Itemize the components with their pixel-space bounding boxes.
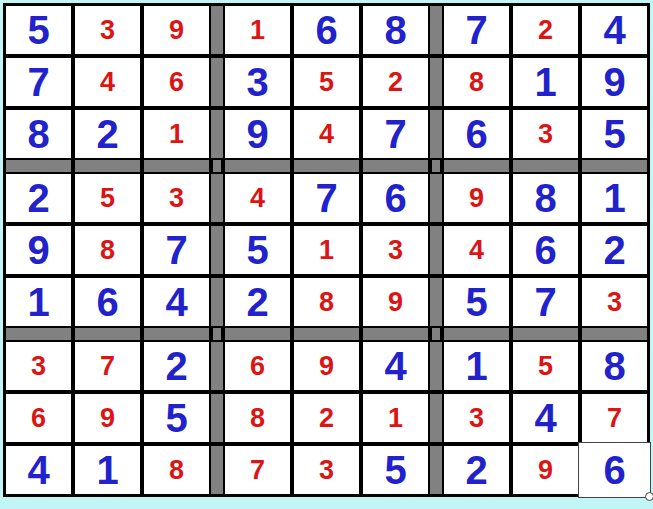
cell-r2c2[interactable]: 4 bbox=[73, 56, 142, 108]
cell-r4c1[interactable]: 2 bbox=[4, 172, 73, 224]
digit: 4 bbox=[384, 346, 406, 386]
box-separator bbox=[211, 4, 223, 56]
box-separator bbox=[142, 328, 211, 340]
cell-r6c3[interactable]: 4 bbox=[142, 276, 211, 328]
digit: 3 bbox=[246, 62, 268, 102]
cell-r3c1[interactable]: 8 bbox=[4, 108, 73, 160]
box-separator bbox=[211, 160, 223, 172]
box-separator bbox=[430, 224, 442, 276]
digit: 9 bbox=[246, 114, 268, 154]
cell-r5c9[interactable]: 2 bbox=[580, 224, 649, 276]
box-separator bbox=[361, 160, 430, 172]
box-separator bbox=[211, 392, 223, 444]
box-separator bbox=[430, 340, 442, 392]
cell-r6c2[interactable]: 6 bbox=[73, 276, 142, 328]
digit: 7 bbox=[165, 230, 187, 270]
digit: 2 bbox=[603, 230, 625, 270]
cell-r9c8[interactable]: 9 bbox=[511, 444, 580, 496]
cell-r8c4[interactable]: 8 bbox=[223, 392, 292, 444]
cell-r3c6[interactable]: 7 bbox=[361, 108, 430, 160]
cell-r4c8[interactable]: 8 bbox=[511, 172, 580, 224]
digit: 1 bbox=[603, 178, 625, 218]
digit: 4 bbox=[100, 69, 115, 96]
cell-r6c9[interactable]: 3 bbox=[580, 276, 649, 328]
box-separator bbox=[430, 392, 442, 444]
box-separator bbox=[442, 160, 511, 172]
box-separator bbox=[211, 108, 223, 160]
cell-r9c6[interactable]: 5 bbox=[361, 444, 430, 496]
cell-r1c5[interactable]: 6 bbox=[292, 4, 361, 56]
box-separator bbox=[211, 276, 223, 328]
cell-r5c1[interactable]: 9 bbox=[4, 224, 73, 276]
cell-r8c2[interactable]: 9 bbox=[73, 392, 142, 444]
digit: 2 bbox=[27, 178, 49, 218]
box-separator bbox=[4, 328, 73, 340]
digit: 6 bbox=[534, 230, 556, 270]
cell-r9c4[interactable]: 7 bbox=[223, 444, 292, 496]
cell-r3c7[interactable]: 6 bbox=[442, 108, 511, 160]
box-separator bbox=[430, 276, 442, 328]
cell-r4c5[interactable]: 7 bbox=[292, 172, 361, 224]
digit: 5 bbox=[465, 282, 487, 322]
digit: 6 bbox=[384, 178, 406, 218]
digit: 9 bbox=[469, 185, 484, 212]
cell-r7c2[interactable]: 7 bbox=[73, 340, 142, 392]
box-separator bbox=[211, 328, 223, 340]
cell-r1c7[interactable]: 7 bbox=[442, 4, 511, 56]
cell-r4c7[interactable]: 9 bbox=[442, 172, 511, 224]
cell-r8c8[interactable]: 4 bbox=[511, 392, 580, 444]
digit: 1 bbox=[169, 121, 184, 148]
cell-r1c6[interactable]: 8 bbox=[361, 4, 430, 56]
digit: 4 bbox=[469, 237, 484, 264]
cell-r2c3[interactable]: 6 bbox=[142, 56, 211, 108]
digit: 6 bbox=[250, 353, 265, 380]
box-separator bbox=[442, 328, 511, 340]
digit: 7 bbox=[607, 405, 622, 432]
cell-r8c6[interactable]: 1 bbox=[361, 392, 430, 444]
cell-r5c6[interactable]: 3 bbox=[361, 224, 430, 276]
cell-r9c9[interactable]: 6 bbox=[578, 442, 651, 498]
digit: 5 bbox=[538, 353, 553, 380]
digit: 5 bbox=[319, 69, 334, 96]
box-separator bbox=[580, 328, 649, 340]
digit: 9 bbox=[538, 457, 553, 484]
cell-r1c2[interactable]: 3 bbox=[73, 4, 142, 56]
cell-r7c3[interactable]: 2 bbox=[142, 340, 211, 392]
digit: 4 bbox=[250, 185, 265, 212]
cell-r5c8[interactable]: 6 bbox=[511, 224, 580, 276]
digit: 4 bbox=[165, 282, 187, 322]
digit: 9 bbox=[169, 17, 184, 44]
cell-r5c5[interactable]: 1 bbox=[292, 224, 361, 276]
cell-r1c3[interactable]: 9 bbox=[142, 4, 211, 56]
digit: 2 bbox=[246, 282, 268, 322]
cell-r7c5[interactable]: 9 bbox=[292, 340, 361, 392]
box-separator bbox=[430, 444, 442, 496]
box-separator bbox=[430, 172, 442, 224]
digit: 9 bbox=[100, 405, 115, 432]
digit: 8 bbox=[319, 289, 334, 316]
digit: 6 bbox=[315, 10, 337, 50]
cell-r9c5[interactable]: 3 bbox=[292, 444, 361, 496]
digit: 9 bbox=[319, 353, 334, 380]
digit: 2 bbox=[465, 450, 487, 490]
cell-r7c7[interactable]: 1 bbox=[442, 340, 511, 392]
box-separator bbox=[211, 172, 223, 224]
digit: 3 bbox=[469, 405, 484, 432]
box-separator bbox=[211, 444, 223, 496]
digit: 2 bbox=[319, 405, 334, 432]
digit: 5 bbox=[27, 10, 49, 50]
digit: 1 bbox=[27, 282, 49, 322]
box-separator bbox=[4, 160, 73, 172]
digit: 2 bbox=[165, 346, 187, 386]
digit: 7 bbox=[100, 353, 115, 380]
cell-r3c5[interactable]: 4 bbox=[292, 108, 361, 160]
cell-r4c2[interactable]: 5 bbox=[73, 172, 142, 224]
digit: 1 bbox=[465, 346, 487, 386]
cell-r4c6[interactable]: 6 bbox=[361, 172, 430, 224]
digit: 4 bbox=[603, 10, 625, 50]
cell-r6c6[interactable]: 9 bbox=[361, 276, 430, 328]
digit: 6 bbox=[96, 282, 118, 322]
cell-r5c2[interactable]: 8 bbox=[73, 224, 142, 276]
box-separator bbox=[211, 340, 223, 392]
box-separator bbox=[511, 160, 580, 172]
digit: 8 bbox=[534, 178, 556, 218]
digit: 3 bbox=[607, 289, 622, 316]
digit: 5 bbox=[165, 398, 187, 438]
cell-r8c9[interactable]: 7 bbox=[580, 392, 649, 444]
cell-r8c1[interactable]: 6 bbox=[4, 392, 73, 444]
box-separator bbox=[223, 328, 292, 340]
cell-r3c2[interactable]: 2 bbox=[73, 108, 142, 160]
digit: 4 bbox=[27, 450, 49, 490]
digit: 8 bbox=[603, 346, 625, 386]
box-separator bbox=[430, 56, 442, 108]
digit: 7 bbox=[384, 114, 406, 154]
cell-r7c8[interactable]: 5 bbox=[511, 340, 580, 392]
cell-r9c7[interactable]: 2 bbox=[442, 444, 511, 496]
cell-r6c4[interactable]: 2 bbox=[223, 276, 292, 328]
box-separator bbox=[430, 4, 442, 56]
digit: 7 bbox=[250, 457, 265, 484]
digit: 3 bbox=[388, 237, 403, 264]
cell-r7c9[interactable]: 8 bbox=[580, 340, 649, 392]
box-separator bbox=[142, 160, 211, 172]
digit: 8 bbox=[469, 69, 484, 96]
cell-r2c1[interactable]: 7 bbox=[4, 56, 73, 108]
cell-r7c6[interactable]: 4 bbox=[361, 340, 430, 392]
digit: 6 bbox=[603, 450, 625, 490]
box-separator bbox=[223, 160, 292, 172]
digit: 3 bbox=[100, 17, 115, 44]
digit: 2 bbox=[96, 114, 118, 154]
cell-r6c8[interactable]: 7 bbox=[511, 276, 580, 328]
digit: 3 bbox=[319, 457, 334, 484]
box-separator bbox=[511, 328, 580, 340]
cell-r6c7[interactable]: 5 bbox=[442, 276, 511, 328]
cell-r3c9[interactable]: 5 bbox=[580, 108, 649, 160]
digit: 8 bbox=[169, 457, 184, 484]
digit: 1 bbox=[388, 405, 403, 432]
cell-r2c9[interactable]: 9 bbox=[580, 56, 649, 108]
cell-r7c4[interactable]: 6 bbox=[223, 340, 292, 392]
box-separator bbox=[580, 160, 649, 172]
sudoku-app: 5391687247463528198219476352534769819875… bbox=[0, 0, 653, 509]
cell-r8c3[interactable]: 5 bbox=[142, 392, 211, 444]
digit: 8 bbox=[27, 114, 49, 154]
digit: 4 bbox=[319, 121, 334, 148]
cell-r4c4[interactable]: 4 bbox=[223, 172, 292, 224]
cell-r2c5[interactable]: 5 bbox=[292, 56, 361, 108]
sudoku-board: 5391687247463528198219476352534769819875… bbox=[3, 3, 650, 497]
cell-r4c3[interactable]: 3 bbox=[142, 172, 211, 224]
cell-r1c8[interactable]: 2 bbox=[511, 4, 580, 56]
cell-r6c1[interactable]: 1 bbox=[4, 276, 73, 328]
box-separator bbox=[211, 56, 223, 108]
digit: 9 bbox=[603, 62, 625, 102]
box-separator bbox=[430, 108, 442, 160]
digit: 5 bbox=[384, 450, 406, 490]
cell-r8c7[interactable]: 3 bbox=[442, 392, 511, 444]
digit: 1 bbox=[319, 237, 334, 264]
digit: 2 bbox=[538, 17, 553, 44]
box-separator bbox=[292, 160, 361, 172]
digit: 7 bbox=[27, 62, 49, 102]
box-separator bbox=[430, 328, 442, 340]
cell-r5c7[interactable]: 4 bbox=[442, 224, 511, 276]
digit: 7 bbox=[534, 282, 556, 322]
cell-r9c2[interactable]: 1 bbox=[73, 444, 142, 496]
digit: 9 bbox=[27, 230, 49, 270]
cell-r8c5[interactable]: 2 bbox=[292, 392, 361, 444]
digit: 8 bbox=[250, 405, 265, 432]
box-separator bbox=[211, 224, 223, 276]
cell-r3c3[interactable]: 1 bbox=[142, 108, 211, 160]
cell-r5c4[interactable]: 5 bbox=[223, 224, 292, 276]
digit: 3 bbox=[538, 121, 553, 148]
cell-r2c6[interactable]: 2 bbox=[361, 56, 430, 108]
cell-r2c4[interactable]: 3 bbox=[223, 56, 292, 108]
digit: 3 bbox=[31, 353, 46, 380]
cell-r4c9[interactable]: 1 bbox=[580, 172, 649, 224]
cell-r7c1[interactable]: 3 bbox=[4, 340, 73, 392]
cell-r3c8[interactable]: 3 bbox=[511, 108, 580, 160]
cell-r9c3[interactable]: 8 bbox=[142, 444, 211, 496]
box-separator bbox=[73, 328, 142, 340]
digit: 2 bbox=[388, 69, 403, 96]
digit: 4 bbox=[534, 398, 556, 438]
digit: 6 bbox=[31, 405, 46, 432]
digit: 6 bbox=[465, 114, 487, 154]
digit: 5 bbox=[603, 114, 625, 154]
box-separator bbox=[73, 160, 142, 172]
digit: 5 bbox=[100, 185, 115, 212]
selection-handle[interactable] bbox=[645, 492, 653, 501]
cell-r1c4[interactable]: 1 bbox=[223, 4, 292, 56]
box-separator bbox=[430, 160, 442, 172]
cell-r2c7[interactable]: 8 bbox=[442, 56, 511, 108]
cell-r9c1[interactable]: 4 bbox=[4, 444, 73, 496]
box-separator bbox=[361, 328, 430, 340]
cell-r5c3[interactable]: 7 bbox=[142, 224, 211, 276]
digit: 1 bbox=[534, 62, 556, 102]
cell-r1c9[interactable]: 4 bbox=[580, 4, 649, 56]
digit: 5 bbox=[246, 230, 268, 270]
digit: 1 bbox=[250, 17, 265, 44]
cell-r3c4[interactable]: 9 bbox=[223, 108, 292, 160]
cell-r2c8[interactable]: 1 bbox=[511, 56, 580, 108]
digit: 8 bbox=[100, 237, 115, 264]
digit: 7 bbox=[315, 178, 337, 218]
digit: 7 bbox=[465, 10, 487, 50]
cell-r6c5[interactable]: 8 bbox=[292, 276, 361, 328]
cell-r1c1[interactable]: 5 bbox=[4, 4, 73, 56]
digit: 6 bbox=[169, 69, 184, 96]
box-separator bbox=[292, 328, 361, 340]
digit: 9 bbox=[388, 289, 403, 316]
digit: 8 bbox=[384, 10, 406, 50]
digit: 3 bbox=[169, 185, 184, 212]
digit: 1 bbox=[96, 450, 118, 490]
